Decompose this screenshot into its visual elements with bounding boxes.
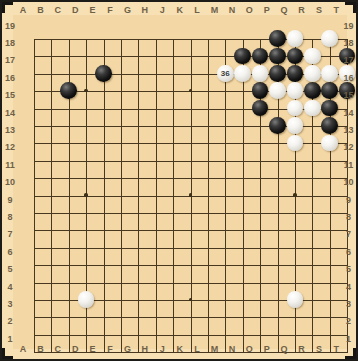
- stone-white-M17[interactable]: 36: [217, 65, 234, 82]
- coord-label-17: 17: [2, 52, 18, 69]
- coord-label-H: H: [136, 342, 153, 357]
- move-number-label: 36: [217, 65, 234, 82]
- star-point: [189, 298, 193, 302]
- row-labels-left: 19181716151413121110987654321: [2, 17, 18, 348]
- coord-label-E: E: [84, 342, 101, 357]
- coord-label-B: B: [32, 342, 49, 357]
- coord-label-3: 3: [2, 295, 18, 312]
- coord-label-16: 16: [339, 69, 358, 86]
- coord-label-10: 10: [339, 173, 358, 190]
- coord-label-O: O: [241, 342, 258, 357]
- coord-label-18: 18: [2, 34, 18, 51]
- coord-label-7: 7: [2, 226, 18, 243]
- coord-label-K: K: [171, 3, 188, 17]
- coord-label-L: L: [188, 342, 205, 357]
- coord-label-A: A: [14, 3, 31, 17]
- coord-label-11: 11: [339, 156, 358, 173]
- stone-black-P19[interactable]: [269, 30, 286, 47]
- stones-layer: 36: [25, 30, 355, 360]
- coord-label-3: 3: [339, 295, 358, 312]
- coord-label-N: N: [223, 3, 240, 17]
- stone-white-S13[interactable]: [321, 135, 338, 152]
- coord-label-D: D: [67, 342, 84, 357]
- coord-label-H: H: [136, 3, 153, 17]
- coord-label-P: P: [258, 3, 275, 17]
- coord-label-4: 4: [339, 278, 358, 295]
- stone-black-O15[interactable]: [252, 100, 269, 117]
- coord-label-S: S: [310, 342, 327, 357]
- coord-label-P: P: [258, 342, 275, 357]
- coord-label-N: N: [223, 342, 240, 357]
- coord-label-O: O: [241, 3, 258, 17]
- stone-black-C16[interactable]: [60, 82, 77, 99]
- stone-white-Q15[interactable]: [287, 100, 304, 117]
- stone-black-S15[interactable]: [321, 100, 338, 117]
- stone-black-S14[interactable]: [321, 117, 338, 134]
- stone-white-Q14[interactable]: [287, 117, 304, 134]
- stone-white-S19[interactable]: [321, 30, 338, 47]
- coord-label-F: F: [101, 3, 118, 17]
- frame-corner-icon: [345, 2, 356, 13]
- coord-label-L: L: [188, 3, 205, 17]
- coord-label-6: 6: [339, 243, 358, 260]
- coord-label-1: 1: [2, 330, 18, 347]
- star-point: [84, 89, 88, 93]
- go-board-window: 36 ABCDEFGHJKLMNOPQRST ABCDEFGHJKLMNOPQR…: [0, 0, 358, 361]
- coord-label-Q: Q: [275, 342, 292, 357]
- coord-label-E: E: [84, 3, 101, 17]
- coord-label-12: 12: [2, 139, 18, 156]
- stone-black-S16[interactable]: [321, 82, 338, 99]
- coord-label-4: 4: [2, 278, 18, 295]
- stone-white-Q16[interactable]: [287, 82, 304, 99]
- coord-label-18: 18: [339, 34, 358, 51]
- coord-label-B: B: [32, 3, 49, 17]
- stone-white-R18[interactable]: [304, 48, 321, 65]
- coord-label-12: 12: [339, 139, 358, 156]
- coord-label-T: T: [328, 3, 345, 17]
- frame-corner-icon: [2, 348, 13, 359]
- coord-label-2: 2: [339, 313, 358, 330]
- stone-black-R16[interactable]: [304, 82, 321, 99]
- stone-black-P17[interactable]: [269, 65, 286, 82]
- stone-white-P16[interactable]: [269, 82, 286, 99]
- row-labels-right: 19181716151413121110987654321: [339, 17, 358, 348]
- coord-label-J: J: [154, 342, 171, 357]
- go-board[interactable]: 36: [13, 15, 347, 349]
- coord-label-16: 16: [2, 69, 18, 86]
- coord-label-C: C: [49, 3, 66, 17]
- coord-label-R: R: [293, 342, 310, 357]
- coord-label-F: F: [101, 342, 118, 357]
- coord-label-2: 2: [2, 313, 18, 330]
- stone-black-P14[interactable]: [269, 117, 286, 134]
- coord-label-8: 8: [2, 208, 18, 225]
- stone-white-D4[interactable]: [78, 291, 95, 308]
- star-point: [293, 193, 297, 197]
- frame-corner-icon: [2, 2, 13, 13]
- stone-black-Q18[interactable]: [287, 48, 304, 65]
- coord-label-M: M: [206, 3, 223, 17]
- star-point: [189, 89, 193, 93]
- coord-label-19: 19: [339, 17, 358, 34]
- stone-white-S17[interactable]: [321, 65, 338, 82]
- coord-label-R: R: [293, 3, 310, 17]
- coord-label-M: M: [206, 342, 223, 357]
- coord-label-17: 17: [339, 52, 358, 69]
- coord-label-K: K: [171, 342, 188, 357]
- stone-black-O16[interactable]: [252, 82, 269, 99]
- coord-label-G: G: [119, 342, 136, 357]
- coord-label-6: 6: [2, 243, 18, 260]
- coord-label-5: 5: [339, 260, 358, 277]
- coord-label-10: 10: [2, 173, 18, 190]
- coord-label-Q: Q: [275, 3, 292, 17]
- coord-label-7: 7: [339, 226, 358, 243]
- stone-white-O17[interactable]: [252, 65, 269, 82]
- column-labels-top: ABCDEFGHJKLMNOPQRST: [14, 3, 345, 17]
- coord-label-15: 15: [2, 86, 18, 103]
- coord-label-11: 11: [2, 156, 18, 173]
- stone-black-O18[interactable]: [252, 48, 269, 65]
- stone-white-Q13[interactable]: [287, 135, 304, 152]
- coord-label-9: 9: [2, 191, 18, 208]
- coord-label-J: J: [154, 3, 171, 17]
- coord-label-13: 13: [2, 121, 18, 138]
- coord-label-14: 14: [2, 104, 18, 121]
- coord-label-9: 9: [339, 191, 358, 208]
- coord-label-G: G: [119, 3, 136, 17]
- stone-white-R17[interactable]: [304, 65, 321, 82]
- stone-black-Q17[interactable]: [287, 65, 304, 82]
- stone-white-Q4[interactable]: [287, 291, 304, 308]
- column-labels-bottom: ABCDEFGHJKLMNOPQRST: [14, 342, 345, 357]
- coord-label-19: 19: [2, 17, 18, 34]
- coord-label-5: 5: [2, 260, 18, 277]
- coord-label-14: 14: [339, 104, 358, 121]
- coord-label-S: S: [310, 3, 327, 17]
- coord-label-C: C: [49, 342, 66, 357]
- coord-label-8: 8: [339, 208, 358, 225]
- stone-white-Q19[interactable]: [287, 30, 304, 47]
- stone-black-P18[interactable]: [269, 48, 286, 65]
- coord-label-13: 13: [339, 121, 358, 138]
- stone-white-R15[interactable]: [304, 100, 321, 117]
- stone-white-N17[interactable]: [234, 65, 251, 82]
- coord-label-15: 15: [339, 86, 358, 103]
- star-point: [189, 193, 193, 197]
- stone-black-N18[interactable]: [234, 48, 251, 65]
- coord-label-D: D: [67, 3, 84, 17]
- star-point: [84, 193, 88, 197]
- coord-label-1: 1: [339, 330, 358, 347]
- stone-black-E17[interactable]: [95, 65, 112, 82]
